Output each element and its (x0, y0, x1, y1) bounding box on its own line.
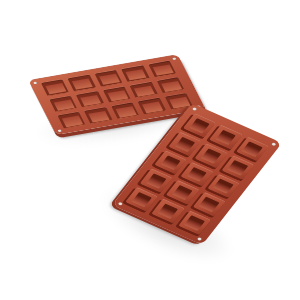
square-cavity (84, 107, 112, 124)
square-cavity (76, 91, 104, 108)
square-cup (195, 143, 228, 167)
square-cavity (68, 75, 96, 92)
square-cup (166, 180, 199, 204)
square-cavity (49, 96, 77, 113)
square-cup (140, 169, 173, 193)
square-cavity (156, 77, 184, 94)
square-cup (181, 162, 214, 186)
square-cavity (138, 98, 166, 115)
square-cavity (58, 112, 86, 129)
square-cup (236, 137, 269, 161)
square-cavity (121, 65, 149, 82)
square-cavity (148, 61, 176, 78)
square-cavity (103, 86, 131, 103)
square-cup (178, 211, 211, 235)
square-cup (154, 150, 187, 174)
square-cup (183, 113, 216, 137)
square-cup (193, 192, 226, 216)
product-photo (0, 0, 300, 300)
square-cavity (95, 70, 123, 87)
square-cup (210, 125, 243, 149)
square-cup (222, 155, 255, 179)
square-cup (152, 199, 185, 223)
square-cup (207, 174, 240, 198)
square-cavity (41, 79, 69, 96)
square-cup (169, 132, 202, 156)
square-cavity (130, 82, 158, 99)
square-cavity (111, 103, 139, 120)
square-cup (125, 187, 158, 211)
